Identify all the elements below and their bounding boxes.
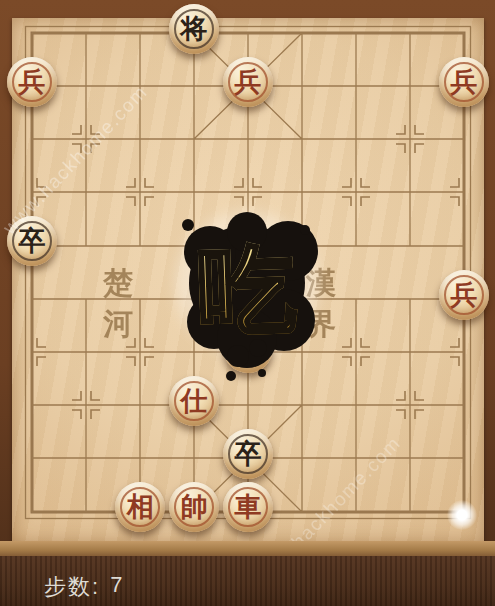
status-bar: 步数: 7 [44, 572, 124, 602]
piece-glyph: 帥 [169, 482, 219, 532]
piece-兵[interactable]: 兵 [223, 57, 273, 107]
move-counter-value: 7 [110, 572, 124, 602]
piece-glyph: 兵 [439, 270, 489, 320]
piece-glyph: 兵 [439, 57, 489, 107]
piece-兵[interactable]: 兵 [439, 270, 489, 320]
game-screen: 楚河 漢界 将兵兵兵卒兵砲仕卒相帥車 吃 www.hackhome.com ww… [0, 0, 495, 606]
move-counter-label: 步数: [44, 572, 100, 602]
piece-兵[interactable]: 兵 [7, 57, 57, 107]
piece-glyph: 兵 [7, 57, 57, 107]
piece-仕[interactable]: 仕 [169, 376, 219, 426]
piece-glyph: 将 [169, 4, 219, 54]
piece-glyph: 卒 [223, 429, 273, 479]
piece-将[interactable]: 将 [169, 4, 219, 54]
piece-兵[interactable]: 兵 [439, 57, 489, 107]
piece-glyph: 相 [115, 482, 165, 532]
piece-glyph: 兵 [223, 57, 273, 107]
piece-帥[interactable]: 帥 [169, 482, 219, 532]
piece-相[interactable]: 相 [115, 482, 165, 532]
piece-glyph: 仕 [169, 376, 219, 426]
highlight-glow [447, 500, 477, 530]
capture-banner: 吃 [165, 225, 329, 359]
piece-車[interactable]: 車 [223, 482, 273, 532]
piece-glyph: 車 [223, 482, 273, 532]
piece-卒[interactable]: 卒 [223, 429, 273, 479]
